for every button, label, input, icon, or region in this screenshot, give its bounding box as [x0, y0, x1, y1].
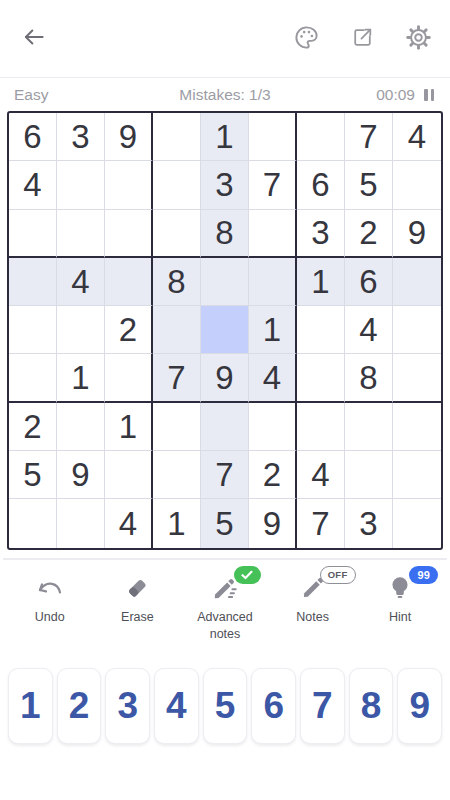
theme-palette-button[interactable] — [292, 23, 320, 51]
cell-r2c7[interactable]: 6 — [297, 161, 345, 209]
cell-r9c9[interactable] — [393, 499, 441, 547]
cell-r2c8[interactable]: 5 — [345, 161, 393, 209]
cell-r6c7[interactable] — [297, 354, 345, 402]
cell-r6c5[interactable]: 9 — [201, 354, 249, 402]
cell-r6c2[interactable]: 1 — [57, 354, 105, 402]
cell-r9c3[interactable]: 4 — [105, 499, 153, 547]
cell-r2c3[interactable] — [105, 161, 153, 209]
cell-r4c3[interactable] — [105, 258, 153, 306]
cell-r8c8[interactable] — [345, 451, 393, 499]
cell-r6c9[interactable] — [393, 354, 441, 402]
cell-r6c4[interactable]: 7 — [153, 354, 201, 402]
erase-button[interactable]: Erase — [94, 572, 182, 643]
toolbar: Undo Erase — [0, 560, 450, 643]
cell-r3c7[interactable]: 3 — [297, 210, 345, 258]
cell-r9c2[interactable] — [57, 499, 105, 547]
cell-r8c4[interactable] — [153, 451, 201, 499]
cell-r2c5[interactable]: 3 — [201, 161, 249, 209]
cell-r5c8[interactable]: 4 — [345, 306, 393, 354]
hint-label: Hint — [389, 609, 411, 626]
back-arrow-icon — [21, 24, 47, 50]
hint-count-badge: 99 — [409, 566, 438, 584]
cell-r4c9[interactable] — [393, 258, 441, 306]
cell-r3c9[interactable]: 9 — [393, 210, 441, 258]
cell-r1c3[interactable]: 9 — [105, 113, 153, 161]
cell-r6c3[interactable] — [105, 354, 153, 402]
cell-r9c7[interactable]: 7 — [297, 499, 345, 547]
cell-r7c9[interactable] — [393, 403, 441, 451]
cell-r8c2[interactable]: 9 — [57, 451, 105, 499]
eraser-icon — [123, 574, 151, 602]
cell-r8c6[interactable]: 2 — [249, 451, 297, 499]
advanced-notes-on-badge — [234, 566, 261, 584]
notes-button[interactable]: OFF Notes — [269, 572, 357, 643]
cell-r4c1[interactable] — [9, 258, 57, 306]
numpad-key-2[interactable]: 2 — [57, 668, 102, 744]
cell-r3c4[interactable] — [153, 210, 201, 258]
cell-r4c2[interactable]: 4 — [57, 258, 105, 306]
cell-r1c1[interactable]: 6 — [9, 113, 57, 161]
cell-r4c8[interactable]: 6 — [345, 258, 393, 306]
cell-r1c7[interactable] — [297, 113, 345, 161]
numpad-key-7[interactable]: 7 — [300, 668, 345, 744]
advanced-notes-label: Advanced notes — [187, 609, 263, 643]
advanced-notes-button[interactable]: Advanced notes — [181, 572, 269, 643]
cell-r1c2[interactable]: 3 — [57, 113, 105, 161]
back-button[interactable] — [18, 21, 50, 53]
cell-r4c7[interactable]: 1 — [297, 258, 345, 306]
cell-r7c7[interactable] — [297, 403, 345, 451]
cell-r1c9[interactable]: 4 — [393, 113, 441, 161]
sudoku-board: 6391744376583294816214179482159724415973 — [7, 111, 443, 550]
cell-r3c8[interactable]: 2 — [345, 210, 393, 258]
cell-r8c1[interactable]: 5 — [9, 451, 57, 499]
undo-icon — [35, 578, 65, 602]
erase-label: Erase — [121, 609, 154, 626]
cell-r1c8[interactable]: 7 — [345, 113, 393, 161]
cell-r8c7[interactable]: 4 — [297, 451, 345, 499]
cell-r7c2[interactable] — [57, 403, 105, 451]
cell-r2c4[interactable] — [153, 161, 201, 209]
mistakes-label: Mistakes: 1/3 — [0, 86, 450, 104]
number-pad: 123456789 — [8, 668, 442, 744]
notes-label: Notes — [296, 609, 329, 626]
cell-r7c3[interactable]: 1 — [105, 403, 153, 451]
cell-r2c2[interactable] — [57, 161, 105, 209]
numpad-key-4[interactable]: 4 — [154, 668, 199, 744]
cell-r4c4[interactable]: 8 — [153, 258, 201, 306]
cell-r7c8[interactable] — [345, 403, 393, 451]
share-icon — [350, 25, 375, 50]
share-button[interactable] — [348, 23, 376, 51]
cell-r1c4[interactable] — [153, 113, 201, 161]
cell-r6c6[interactable]: 4 — [249, 354, 297, 402]
cell-r3c5[interactable]: 8 — [201, 210, 249, 258]
cell-r4c5[interactable] — [201, 258, 249, 306]
cell-r8c3[interactable] — [105, 451, 153, 499]
notes-off-badge: OFF — [320, 566, 356, 584]
cell-r2c1[interactable]: 4 — [9, 161, 57, 209]
cell-r5c9[interactable] — [393, 306, 441, 354]
cell-r7c5[interactable] — [201, 403, 249, 451]
numpad-key-3[interactable]: 3 — [105, 668, 150, 744]
cell-r7c1[interactable]: 2 — [9, 403, 57, 451]
cell-r5c3[interactable]: 2 — [105, 306, 153, 354]
cell-r5c5[interactable] — [201, 306, 249, 354]
cell-r5c6[interactable]: 1 — [249, 306, 297, 354]
cell-r8c9[interactable] — [393, 451, 441, 499]
numpad-key-9[interactable]: 9 — [397, 668, 442, 744]
cell-r9c1[interactable] — [9, 499, 57, 547]
cell-r3c6[interactable] — [249, 210, 297, 258]
cell-r9c4[interactable]: 1 — [153, 499, 201, 547]
cell-r3c1[interactable] — [9, 210, 57, 258]
gear-icon — [405, 24, 432, 51]
settings-button[interactable] — [404, 23, 432, 51]
cell-r2c6[interactable]: 7 — [249, 161, 297, 209]
cell-r5c4[interactable] — [153, 306, 201, 354]
numpad-key-1[interactable]: 1 — [8, 668, 53, 744]
undo-button[interactable]: Undo — [6, 572, 94, 643]
numpad-key-5[interactable]: 5 — [203, 668, 248, 744]
cell-r2c9[interactable] — [393, 161, 441, 209]
cell-r7c6[interactable] — [249, 403, 297, 451]
cell-r7c4[interactable] — [153, 403, 201, 451]
undo-label: Undo — [35, 609, 65, 626]
cell-r6c1[interactable] — [9, 354, 57, 402]
cell-r8c5[interactable]: 7 — [201, 451, 249, 499]
hint-button[interactable]: 99 Hint — [356, 572, 444, 643]
numpad-key-8[interactable]: 8 — [349, 668, 394, 744]
palette-icon — [293, 24, 320, 51]
cell-r9c5[interactable]: 5 — [201, 499, 249, 547]
numpad-key-6[interactable]: 6 — [251, 668, 296, 744]
cell-r9c8[interactable]: 3 — [345, 499, 393, 547]
cell-r3c3[interactable] — [105, 210, 153, 258]
status-row: Easy Mistakes: 1/3 00:09 — [0, 78, 450, 111]
cell-r6c8[interactable]: 8 — [345, 354, 393, 402]
cell-r1c5[interactable]: 1 — [201, 113, 249, 161]
cell-r5c7[interactable] — [297, 306, 345, 354]
cell-r1c6[interactable] — [249, 113, 297, 161]
top-bar — [0, 0, 450, 62]
cell-r5c1[interactable] — [9, 306, 57, 354]
cell-r9c6[interactable]: 9 — [249, 499, 297, 547]
cell-r3c2[interactable] — [57, 210, 105, 258]
cell-r4c6[interactable] — [249, 258, 297, 306]
cell-r5c2[interactable] — [57, 306, 105, 354]
